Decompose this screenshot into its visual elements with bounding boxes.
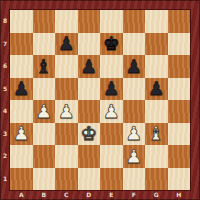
piece-black-pawn-a5[interactable]: ♟ [13, 79, 30, 98]
square-f4[interactable] [123, 100, 146, 123]
square-f2[interactable]: ♟ [123, 145, 146, 168]
rank-label-7: 7 [0, 33, 10, 56]
square-f7[interactable] [123, 33, 146, 56]
square-h8[interactable] [168, 10, 191, 33]
piece-white-pawn-a3[interactable]: ♟ [13, 124, 30, 143]
rank-label-5: 5 [0, 78, 10, 101]
piece-black-pawn-d6[interactable]: ♟ [80, 56, 97, 75]
square-h4[interactable] [168, 100, 191, 123]
piece-black-bishop-b6[interactable]: ♝ [35, 56, 52, 75]
square-b7[interactable] [33, 33, 56, 56]
file-label-b: B [33, 190, 56, 200]
piece-white-bishop-g3[interactable]: ♝ [148, 124, 165, 143]
square-d3[interactable]: ♚ [78, 123, 101, 146]
square-a8[interactable] [10, 10, 33, 33]
square-b3[interactable] [33, 123, 56, 146]
square-d2[interactable] [78, 145, 101, 168]
square-g4[interactable] [145, 100, 168, 123]
piece-white-pawn-f2[interactable]: ♟ [125, 146, 142, 165]
square-h5[interactable] [168, 78, 191, 101]
square-d8[interactable] [78, 10, 101, 33]
square-c7[interactable]: ♟ [55, 33, 78, 56]
square-c4[interactable]: ♟ [55, 100, 78, 123]
piece-white-pawn-f3[interactable]: ♟ [125, 124, 142, 143]
piece-white-king-d3[interactable]: ♚ [80, 124, 97, 143]
square-d6[interactable]: ♟ [78, 55, 101, 78]
file-label-g: G [145, 190, 168, 200]
square-e3[interactable] [100, 123, 123, 146]
file-label-d: D [78, 190, 101, 200]
square-g8[interactable] [145, 10, 168, 33]
rank-label-1: 1 [0, 168, 10, 191]
square-h2[interactable] [168, 145, 191, 168]
piece-black-king-e7[interactable]: ♚ [103, 34, 120, 53]
file-label-c: C [55, 190, 78, 200]
square-b8[interactable] [33, 10, 56, 33]
square-e4[interactable]: ♟ [100, 100, 123, 123]
square-f8[interactable] [123, 10, 146, 33]
square-h1[interactable] [168, 168, 191, 191]
square-c8[interactable] [55, 10, 78, 33]
square-b2[interactable] [33, 145, 56, 168]
square-d7[interactable] [78, 33, 101, 56]
square-h3[interactable] [168, 123, 191, 146]
square-g3[interactable]: ♝ [145, 123, 168, 146]
piece-black-pawn-g5[interactable]: ♟ [148, 79, 165, 98]
rank-label-2: 2 [0, 145, 10, 168]
square-d5[interactable] [78, 78, 101, 101]
piece-white-pawn-b4[interactable]: ♟ [35, 101, 52, 120]
square-c5[interactable] [55, 78, 78, 101]
square-g2[interactable] [145, 145, 168, 168]
rank-label-8: 8 [0, 10, 10, 33]
square-a1[interactable] [10, 168, 33, 191]
piece-black-pawn-e5[interactable]: ♟ [103, 79, 120, 98]
chess-board-frame: ♟♚♝♟♟♟♟♟♟♟♟♟♚♟♝♟ 87654321ABCDEFGH [0, 0, 200, 200]
piece-black-pawn-c7[interactable]: ♟ [58, 34, 75, 53]
piece-white-pawn-e4[interactable]: ♟ [103, 101, 120, 120]
file-label-f: F [123, 190, 146, 200]
square-e1[interactable] [100, 168, 123, 191]
square-b4[interactable]: ♟ [33, 100, 56, 123]
square-a2[interactable] [10, 145, 33, 168]
chess-board: ♟♚♝♟♟♟♟♟♟♟♟♟♚♟♝♟ [10, 10, 190, 190]
square-e6[interactable] [100, 55, 123, 78]
piece-black-pawn-f6[interactable]: ♟ [125, 56, 142, 75]
file-label-a: A [10, 190, 33, 200]
square-c6[interactable] [55, 55, 78, 78]
square-b5[interactable] [33, 78, 56, 101]
square-d1[interactable] [78, 168, 101, 191]
square-f6[interactable]: ♟ [123, 55, 146, 78]
square-a7[interactable] [10, 33, 33, 56]
square-e8[interactable] [100, 10, 123, 33]
square-f5[interactable] [123, 78, 146, 101]
square-f3[interactable]: ♟ [123, 123, 146, 146]
square-g5[interactable]: ♟ [145, 78, 168, 101]
square-b6[interactable]: ♝ [33, 55, 56, 78]
rank-label-4: 4 [0, 100, 10, 123]
square-h6[interactable] [168, 55, 191, 78]
square-e5[interactable]: ♟ [100, 78, 123, 101]
square-h7[interactable] [168, 33, 191, 56]
square-e2[interactable] [100, 145, 123, 168]
square-a5[interactable]: ♟ [10, 78, 33, 101]
square-g6[interactable] [145, 55, 168, 78]
square-c2[interactable] [55, 145, 78, 168]
square-a3[interactable]: ♟ [10, 123, 33, 146]
square-c1[interactable] [55, 168, 78, 191]
square-e7[interactable]: ♚ [100, 33, 123, 56]
square-d4[interactable] [78, 100, 101, 123]
rank-label-6: 6 [0, 55, 10, 78]
square-a6[interactable] [10, 55, 33, 78]
square-f1[interactable] [123, 168, 146, 191]
file-label-h: H [168, 190, 191, 200]
square-c3[interactable] [55, 123, 78, 146]
square-g1[interactable] [145, 168, 168, 191]
rank-label-3: 3 [0, 123, 10, 146]
file-label-e: E [100, 190, 123, 200]
square-g7[interactable] [145, 33, 168, 56]
square-a4[interactable] [10, 100, 33, 123]
piece-white-pawn-c4[interactable]: ♟ [58, 101, 75, 120]
square-b1[interactable] [33, 168, 56, 191]
